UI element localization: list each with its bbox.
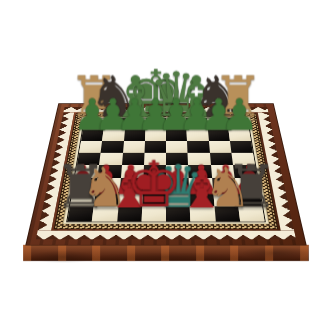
board-square: ♚: [141, 206, 166, 221]
piece-white-bishop: ♝: [179, 165, 226, 215]
frame-zigzag-border-bottom: [36, 231, 296, 240]
piece-black-pawn: ♟: [220, 95, 259, 136]
piece-white-king: ♚: [125, 155, 182, 215]
board-frame: ♜♞♝♚♛♝♞♜♟♟♟♟♟♟♟♟♟♟♟♟♟♟♟♟♜♞♝♚♛♝♞♜: [27, 104, 306, 245]
chess-set-photo: ♜♞♝♚♛♝♞♜♟♟♟♟♟♟♟♟♟♟♟♟♟♟♟♟♜♞♝♚♛♝♞♜: [0, 0, 332, 332]
board-square: ♝: [190, 206, 215, 221]
chess-board: ♜♞♝♚♛♝♞♜♟♟♟♟♟♟♟♟♟♟♟♟♟♟♟♟♜♞♝♚♛♝♞♜: [66, 118, 266, 222]
board-front-edge: [23, 245, 309, 261]
board-square: ♟: [228, 129, 251, 140]
board-perspective-wrapper: ♜♞♝♚♛♝♞♜♟♟♟♟♟♟♟♟♟♟♟♟♟♟♟♟♜♞♝♚♛♝♞♜: [27, 104, 306, 245]
